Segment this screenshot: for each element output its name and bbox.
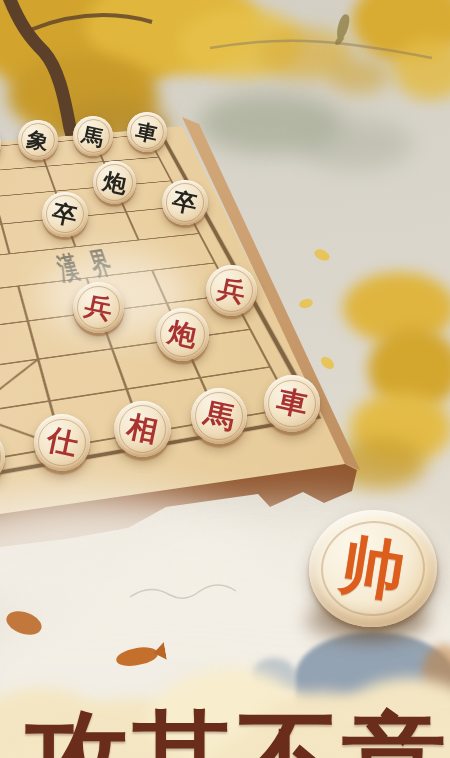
general-character: 帅	[301, 501, 446, 637]
piece-red-f7r6[interactable]: 兵	[73, 282, 124, 333]
piece-character: 兵	[202, 262, 262, 320]
piece-character: 卒	[38, 188, 92, 240]
piece-character: 仕	[29, 410, 96, 474]
piece-character: 炮	[152, 304, 214, 364]
piece-red-f9r6[interactable]: 兵	[206, 265, 257, 316]
piece-black-f7r3[interactable]: 卒	[42, 192, 88, 238]
piece-character: 車	[259, 371, 326, 435]
decorative-general-piece: 帅	[304, 505, 442, 633]
piece-character: 兵	[69, 279, 129, 337]
piece-red-f8r7[interactable]: 炮	[156, 308, 209, 361]
piece-red-f7r9[interactable]: 相	[114, 401, 171, 458]
piece-character: 相	[109, 397, 176, 461]
piece-character: 馬	[186, 384, 253, 448]
piece-red-f9r9[interactable]: 車	[264, 375, 321, 432]
piece-red-f6r9[interactable]: 仕	[34, 414, 91, 471]
title-text: 攻其不意	[24, 692, 448, 758]
game-screen: 楚河 漢界 士象馬車炮卒卒兵兵炮帥仕相馬車 帅 攻其不意	[0, 0, 450, 758]
cloud-outline	[0, 0, 450, 758]
piece-red-f8r9[interactable]: 馬	[191, 388, 248, 445]
